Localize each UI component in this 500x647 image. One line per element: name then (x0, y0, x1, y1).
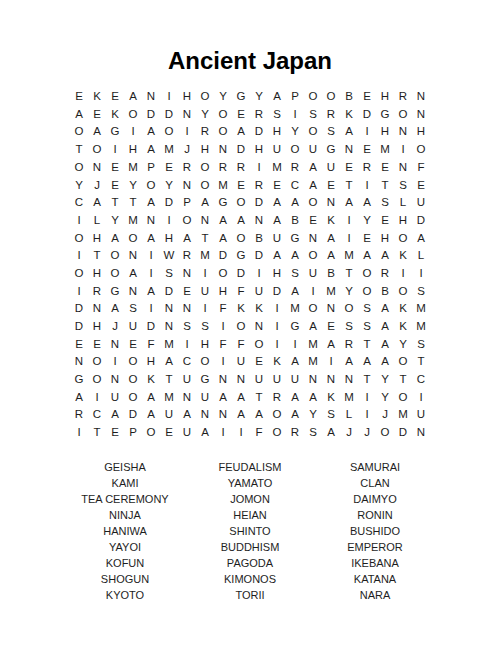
grid-cell: I (142, 265, 160, 283)
grid-cell: N (232, 371, 250, 389)
grid-cell: T (340, 265, 358, 283)
grid-cell: N (304, 230, 322, 248)
grid-cell: O (106, 247, 124, 265)
grid-cell: E (304, 212, 322, 230)
grid-cell: M (340, 247, 358, 265)
grid-cell: O (178, 212, 196, 230)
grid-cell: N (394, 159, 412, 177)
grid-cell: N (214, 141, 232, 159)
grid-cell: J (178, 141, 196, 159)
grid-cell: I (106, 141, 124, 159)
grid-cell: I (196, 265, 214, 283)
grid-cell: G (232, 88, 250, 106)
grid-cell: Y (286, 123, 304, 141)
grid-cell: R (214, 159, 232, 177)
grid-cell: O (124, 371, 142, 389)
grid-cell: N (322, 194, 340, 212)
grid-cell: F (142, 336, 160, 354)
grid-cell: S (358, 300, 376, 318)
grid-cell: A (376, 318, 394, 336)
grid-cell: S (322, 123, 340, 141)
grid-cell: A (214, 230, 232, 248)
grid-cell: R (358, 159, 376, 177)
word-item: DAIMYO (313, 491, 438, 507)
grid-cell: I (214, 353, 232, 371)
grid-cell: N (250, 318, 268, 336)
grid-cell: O (232, 194, 250, 212)
grid-cell: I (394, 265, 412, 283)
grid-cell: M (376, 141, 394, 159)
grid-cell: I (412, 265, 430, 283)
grid-cell: Y (340, 283, 358, 301)
word-item: RONIN (313, 507, 438, 523)
word-item: PAGODA (188, 555, 313, 571)
grid-cell: N (214, 371, 232, 389)
grid-cell: I (70, 212, 88, 230)
word-item: SHOGUN (63, 571, 188, 587)
grid-cell: A (268, 212, 286, 230)
grid-cell: U (268, 141, 286, 159)
grid-cell: R (178, 247, 196, 265)
grid-cell: I (250, 265, 268, 283)
grid-cell: E (322, 318, 340, 336)
grid-cell: E (412, 176, 430, 194)
grid-cell: B (340, 88, 358, 106)
grid-cell: C (70, 194, 88, 212)
grid-cell: S (358, 318, 376, 336)
grid-cell: K (322, 389, 340, 407)
grid-cell: H (142, 353, 160, 371)
grid-cell: A (376, 336, 394, 354)
grid-cell: I (412, 389, 430, 407)
grid-cell: O (124, 389, 142, 407)
letter-grid: EKEANIHOYGYAPOOBEHRNAEKODDNYOERSISRKDGON… (0, 88, 500, 442)
grid-cell: I (358, 123, 376, 141)
word-item: GEISHA (63, 459, 188, 475)
grid-cell: M (160, 389, 178, 407)
word-item: BUSHIDO (313, 523, 438, 539)
grid-cell: E (160, 424, 178, 442)
grid-cell: J (106, 318, 124, 336)
grid-cell: K (394, 300, 412, 318)
grid-cell: K (322, 212, 340, 230)
grid-cell: A (106, 406, 124, 424)
grid-cell: F (412, 159, 430, 177)
grid-cell: I (106, 353, 124, 371)
grid-cell: O (70, 230, 88, 248)
grid-cell: G (106, 123, 124, 141)
grid-cell: N (88, 300, 106, 318)
grid-cell: S (268, 106, 286, 124)
grid-cell: D (70, 300, 88, 318)
grid-cell: N (106, 371, 124, 389)
grid-cell: K (88, 88, 106, 106)
grid-cell: E (340, 159, 358, 177)
grid-cell: F (232, 283, 250, 301)
grid-cell: A (268, 247, 286, 265)
grid-cell: O (412, 141, 430, 159)
grid-cell: G (376, 106, 394, 124)
grid-cell: E (322, 176, 340, 194)
grid-cell: A (322, 230, 340, 248)
grid-cell: I (88, 389, 106, 407)
grid-cell: G (286, 318, 304, 336)
grid-cell: H (376, 123, 394, 141)
grid-cell: M (304, 336, 322, 354)
grid-cell: O (340, 300, 358, 318)
grid-cell: U (412, 194, 430, 212)
word-item: SAMURAI (313, 459, 438, 475)
grid-cell: O (394, 353, 412, 371)
grid-cell: D (124, 406, 142, 424)
grid-cell: F (214, 336, 232, 354)
grid-cell: B (376, 283, 394, 301)
grid-cell: A (232, 123, 250, 141)
grid-cell: A (286, 389, 304, 407)
grid-cell: U (268, 230, 286, 248)
grid-cell: A (268, 88, 286, 106)
grid-cell: N (70, 353, 88, 371)
grid-cell: I (268, 336, 286, 354)
grid-cell: R (178, 159, 196, 177)
grid-cell: E (70, 88, 88, 106)
grid-cell: D (250, 123, 268, 141)
grid-cell: O (394, 106, 412, 124)
grid-cell: E (70, 336, 88, 354)
grid-cell: O (106, 265, 124, 283)
word-item: JOMON (188, 491, 313, 507)
grid-cell: S (178, 318, 196, 336)
grid-cell: I (124, 123, 142, 141)
grid-cell: A (124, 265, 142, 283)
grid-cell: A (340, 123, 358, 141)
grid-cell: U (106, 389, 124, 407)
grid-cell: U (124, 318, 142, 336)
grid-cell: O (88, 353, 106, 371)
grid-cell: D (160, 106, 178, 124)
grid-cell: U (178, 371, 196, 389)
grid-cell: I (142, 247, 160, 265)
grid-cell: I (268, 318, 286, 336)
grid-cell: G (106, 283, 124, 301)
grid-cell: T (376, 176, 394, 194)
grid-cell: J (376, 406, 394, 424)
grid-cell: Y (394, 336, 412, 354)
grid-cell: U (196, 283, 214, 301)
grid-cell: A (196, 194, 214, 212)
grid-cell: O (124, 106, 142, 124)
grid-cell: O (142, 424, 160, 442)
grid-cell: E (358, 88, 376, 106)
grid-cell: T (88, 424, 106, 442)
grid-cell: H (196, 141, 214, 159)
grid-cell: D (70, 318, 88, 336)
grid-cell: O (196, 88, 214, 106)
grid-cell: O (322, 88, 340, 106)
word-item: KYOTO (63, 587, 188, 603)
grid-cell: S (160, 265, 178, 283)
word-item: HEIAN (188, 507, 313, 523)
grid-cell: G (214, 194, 232, 212)
grid-cell: A (358, 247, 376, 265)
grid-cell: A (340, 194, 358, 212)
grid-cell: G (70, 371, 88, 389)
grid-cell: K (250, 300, 268, 318)
grid-cell: N (178, 300, 196, 318)
grid-cell: O (268, 424, 286, 442)
grid-cell: A (250, 406, 268, 424)
grid-cell: N (322, 371, 340, 389)
grid-cell: O (214, 265, 232, 283)
grid-cell: R (268, 389, 286, 407)
grid-cell: A (286, 406, 304, 424)
grid-cell: I (70, 424, 88, 442)
grid-cell: I (142, 300, 160, 318)
grid-cell: Y (304, 406, 322, 424)
grid-cell: E (232, 106, 250, 124)
grid-cell: A (376, 353, 394, 371)
word-item: BUDDHISM (188, 539, 313, 555)
grid-cell: N (412, 88, 430, 106)
grid-cell: S (196, 318, 214, 336)
grid-cell: A (178, 406, 196, 424)
grid-cell: A (412, 230, 430, 248)
grid-cell: A (142, 194, 160, 212)
grid-cell: I (286, 106, 304, 124)
grid-cell: M (124, 159, 142, 177)
grid-cell: D (160, 283, 178, 301)
grid-cell: S (394, 176, 412, 194)
grid-cell: H (268, 123, 286, 141)
word-item: TEA CEREMONY (63, 491, 188, 507)
grid-cell: A (196, 424, 214, 442)
grid-cell: M (304, 353, 322, 371)
grid-cell: O (304, 88, 322, 106)
grid-cell: N (214, 406, 232, 424)
grid-cell: R (340, 336, 358, 354)
grid-cell: R (88, 283, 106, 301)
grid-cell: A (376, 247, 394, 265)
grid-cell: E (376, 212, 394, 230)
grid-cell: O (232, 230, 250, 248)
word-item: EMPEROR (313, 539, 438, 555)
grid-cell: O (88, 371, 106, 389)
grid-cell: B (322, 265, 340, 283)
grid-cell: H (394, 212, 412, 230)
grid-cell: A (106, 300, 124, 318)
grid-cell: E (106, 88, 124, 106)
grid-cell: I (286, 336, 304, 354)
grid-cell: A (214, 389, 232, 407)
grid-cell: H (250, 141, 268, 159)
grid-cell: N (142, 212, 160, 230)
grid-cell: I (358, 176, 376, 194)
grid-cell: Y (358, 212, 376, 230)
grid-cell: L (412, 247, 430, 265)
grid-cell: U (196, 389, 214, 407)
puzzle-title: Ancient Japan (0, 0, 500, 75)
grid-cell: K (232, 300, 250, 318)
grid-cell: T (358, 371, 376, 389)
grid-cell: D (394, 424, 412, 442)
grid-cell: A (340, 353, 358, 371)
grid-cell: A (268, 194, 286, 212)
grid-cell: Y (70, 176, 88, 194)
grid-cell: K (268, 353, 286, 371)
grid-cell: R (322, 106, 340, 124)
grid-cell: O (214, 123, 232, 141)
grid-cell: N (394, 123, 412, 141)
grid-cell: N (196, 406, 214, 424)
grid-cell: O (124, 230, 142, 248)
grid-cell: A (286, 353, 304, 371)
grid-cell: A (304, 389, 322, 407)
grid-cell: I (178, 336, 196, 354)
grid-cell: D (268, 283, 286, 301)
grid-cell: N (178, 106, 196, 124)
grid-cell: K (142, 371, 160, 389)
grid-cell: G (286, 230, 304, 248)
grid-cell: O (124, 353, 142, 371)
grid-cell: Y (376, 389, 394, 407)
grid-cell: T (160, 371, 178, 389)
grid-cell: D (250, 247, 268, 265)
grid-cell: J (340, 424, 358, 442)
grid-cell: I (70, 247, 88, 265)
grid-cell: I (304, 283, 322, 301)
grid-cell: F (232, 336, 250, 354)
grid-cell: Y (376, 371, 394, 389)
grid-cell: T (340, 176, 358, 194)
grid-cell: K (394, 247, 412, 265)
grid-cell: K (340, 106, 358, 124)
grid-cell: U (412, 406, 430, 424)
grid-cell: O (196, 353, 214, 371)
grid-cell: T (124, 194, 142, 212)
grid-cell: C (178, 353, 196, 371)
word-item: CLAN (313, 475, 438, 491)
grid-cell: E (178, 283, 196, 301)
grid-cell: P (286, 88, 304, 106)
grid-cell: H (124, 141, 142, 159)
grid-cell: O (142, 176, 160, 194)
grid-cell: N (340, 141, 358, 159)
grid-cell: I (196, 300, 214, 318)
grid-cell: M (160, 336, 178, 354)
grid-cell: I (214, 424, 232, 442)
grid-cell: A (286, 283, 304, 301)
grid-cell: O (160, 123, 178, 141)
grid-cell: A (232, 212, 250, 230)
grid-cell: D (232, 265, 250, 283)
grid-cell: U (160, 406, 178, 424)
grid-cell: E (88, 336, 106, 354)
word-item: NARA (313, 587, 438, 603)
word-item: YAYOI (63, 539, 188, 555)
grid-cell: T (412, 353, 430, 371)
grid-cell: N (412, 106, 430, 124)
grid-cell: M (322, 283, 340, 301)
grid-cell: H (376, 88, 394, 106)
grid-cell: T (88, 247, 106, 265)
grid-cell: N (322, 300, 340, 318)
grid-cell: A (232, 406, 250, 424)
grid-cell: O (358, 265, 376, 283)
grid-cell: O (70, 265, 88, 283)
word-item: HANIWA (63, 523, 188, 539)
grid-cell: P (124, 424, 142, 442)
grid-cell: I (268, 300, 286, 318)
grid-cell: T (394, 371, 412, 389)
grid-cell: F (214, 300, 232, 318)
grid-cell: Y (250, 88, 268, 106)
grid-cell: U (250, 283, 268, 301)
grid-cell: O (250, 336, 268, 354)
grid-cell: H (178, 88, 196, 106)
grid-cell: G (196, 371, 214, 389)
grid-cell: O (196, 176, 214, 194)
grid-cell: S (322, 406, 340, 424)
grid-cell: D (142, 106, 160, 124)
grid-cell: I (358, 389, 376, 407)
grid-cell: O (214, 106, 232, 124)
grid-cell: E (160, 159, 178, 177)
grid-cell: N (412, 424, 430, 442)
grid-cell: A (142, 230, 160, 248)
grid-cell: D (160, 194, 178, 212)
word-item: IKEBANA (313, 555, 438, 571)
grid-cell: A (214, 212, 232, 230)
grid-cell: J (358, 424, 376, 442)
word-list-column-1: GEISHAKAMITEA CEREMONYNINJAHANIWAYAYOIKO… (63, 459, 188, 603)
grid-cell: I (178, 123, 196, 141)
grid-cell: I (394, 141, 412, 159)
grid-cell: S (412, 336, 430, 354)
word-item: KATANA (313, 571, 438, 587)
grid-cell: I (214, 318, 232, 336)
grid-cell: O (232, 318, 250, 336)
grid-cell: M (160, 141, 178, 159)
grid-cell: M (340, 389, 358, 407)
grid-cell: U (286, 371, 304, 389)
grid-cell: Y (214, 88, 232, 106)
grid-cell: R (196, 123, 214, 141)
grid-cell: O (88, 141, 106, 159)
grid-cell: H (412, 123, 430, 141)
grid-cell: N (250, 212, 268, 230)
grid-cell: T (196, 230, 214, 248)
grid-cell: T (70, 141, 88, 159)
grid-cell: C (412, 371, 430, 389)
grid-cell: O (304, 247, 322, 265)
grid-cell: I (250, 159, 268, 177)
word-item: SHINTO (188, 523, 313, 539)
grid-cell: I (70, 283, 88, 301)
grid-cell: W (160, 247, 178, 265)
grid-cell: A (88, 194, 106, 212)
grid-cell: A (70, 106, 88, 124)
grid-cell: E (358, 141, 376, 159)
grid-cell: A (376, 300, 394, 318)
grid-cell: H (88, 230, 106, 248)
grid-cell: N (178, 265, 196, 283)
grid-cell: R (376, 265, 394, 283)
grid-cell: S (304, 424, 322, 442)
grid-cell: A (142, 283, 160, 301)
grid-cell: D (358, 106, 376, 124)
grid-cell: E (88, 106, 106, 124)
word-search-page: Ancient Japan EKEANIHOYGYAPOOBEHRNAEKODD… (0, 0, 500, 647)
